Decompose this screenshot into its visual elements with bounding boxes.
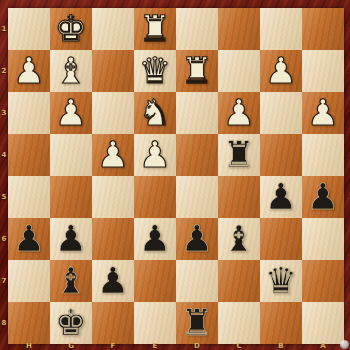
black-queen: ♛ (260, 260, 302, 302)
square-a2[interactable] (302, 50, 344, 92)
white-pawn: ♟ (92, 134, 134, 176)
white-king: ♚ (50, 8, 92, 50)
white-queen: ♛ (134, 50, 176, 92)
square-c2[interactable] (218, 50, 260, 92)
square-d4[interactable] (176, 134, 218, 176)
file-label-f: F (92, 343, 134, 350)
square-f2[interactable] (92, 50, 134, 92)
square-h4[interactable] (8, 134, 50, 176)
square-f5[interactable] (92, 176, 134, 218)
square-f1[interactable] (92, 8, 134, 50)
square-a1[interactable] (302, 8, 344, 50)
white-pawn: ♟ (218, 92, 260, 134)
black-pawn: ♟ (260, 176, 302, 218)
black-bishop: ♝ (50, 260, 92, 302)
square-c7[interactable] (218, 260, 260, 302)
square-f8[interactable] (92, 302, 134, 344)
square-h7[interactable] (8, 260, 50, 302)
square-h5[interactable] (8, 176, 50, 218)
square-e1[interactable]: ♜ (134, 8, 176, 50)
square-b4[interactable] (260, 134, 302, 176)
square-f6[interactable] (92, 218, 134, 260)
white-knight: ♞ (134, 92, 176, 134)
black-pawn: ♟ (92, 260, 134, 302)
square-e4[interactable]: ♟ (134, 134, 176, 176)
square-d6[interactable]: ♟ (176, 218, 218, 260)
black-pawn: ♟ (176, 218, 218, 260)
white-rook: ♜ (134, 8, 176, 50)
square-g3[interactable]: ♟ (50, 92, 92, 134)
square-e3[interactable]: ♞ (134, 92, 176, 134)
rank-label-8: 8 (0, 302, 8, 344)
square-c5[interactable] (218, 176, 260, 218)
square-d3[interactable] (176, 92, 218, 134)
black-rook: ♜ (218, 134, 260, 176)
square-a6[interactable] (302, 218, 344, 260)
square-g4[interactable] (50, 134, 92, 176)
square-a3[interactable]: ♟ (302, 92, 344, 134)
rank-label-5: 5 (0, 176, 8, 218)
rank-label-6: 6 (0, 218, 8, 260)
square-a5[interactable]: ♟ (302, 176, 344, 218)
square-f7[interactable]: ♟ (92, 260, 134, 302)
square-a4[interactable] (302, 134, 344, 176)
square-d8[interactable]: ♜ (176, 302, 218, 344)
black-pawn: ♟ (8, 218, 50, 260)
square-a8[interactable] (302, 302, 344, 344)
white-pawn: ♟ (134, 134, 176, 176)
rank-label-3: 3 (0, 92, 8, 134)
square-c4[interactable]: ♜ (218, 134, 260, 176)
square-e8[interactable] (134, 302, 176, 344)
square-e7[interactable] (134, 260, 176, 302)
chess-board-frame: ♚♜♟♝♛♜♟♟♞♟♟♟♟♜♟♟♟♟♟♟♝♝♟♛♚♜ 12345678HGFED… (0, 0, 350, 350)
square-d1[interactable] (176, 8, 218, 50)
square-c8[interactable] (218, 302, 260, 344)
file-label-b: B (260, 343, 302, 350)
square-b7[interactable]: ♛ (260, 260, 302, 302)
square-h1[interactable] (8, 8, 50, 50)
square-h8[interactable] (8, 302, 50, 344)
file-label-a: A (302, 343, 344, 350)
white-rook: ♜ (176, 50, 218, 92)
square-h6[interactable]: ♟ (8, 218, 50, 260)
white-pawn: ♟ (50, 92, 92, 134)
square-c3[interactable]: ♟ (218, 92, 260, 134)
square-e5[interactable] (134, 176, 176, 218)
square-h2[interactable]: ♟ (8, 50, 50, 92)
black-pawn: ♟ (50, 218, 92, 260)
black-king: ♚ (50, 302, 92, 344)
square-b1[interactable] (260, 8, 302, 50)
square-f4[interactable]: ♟ (92, 134, 134, 176)
square-b5[interactable]: ♟ (260, 176, 302, 218)
rank-label-4: 4 (0, 134, 8, 176)
file-label-h: H (8, 343, 50, 350)
white-bishop: ♝ (50, 50, 92, 92)
rank-label-2: 2 (0, 50, 8, 92)
square-b2[interactable]: ♟ (260, 50, 302, 92)
white-pawn: ♟ (260, 50, 302, 92)
file-label-e: E (134, 343, 176, 350)
black-pawn: ♟ (302, 176, 344, 218)
chess-board: ♚♜♟♝♛♜♟♟♞♟♟♟♟♜♟♟♟♟♟♟♝♝♟♛♚♜ (8, 8, 344, 344)
file-label-c: C (218, 343, 260, 350)
square-d2[interactable]: ♜ (176, 50, 218, 92)
square-d5[interactable] (176, 176, 218, 218)
square-h3[interactable] (8, 92, 50, 134)
square-f3[interactable] (92, 92, 134, 134)
white-pawn: ♟ (8, 50, 50, 92)
square-g5[interactable] (50, 176, 92, 218)
square-b3[interactable] (260, 92, 302, 134)
square-e6[interactable]: ♟ (134, 218, 176, 260)
square-b6[interactable] (260, 218, 302, 260)
rank-label-1: 1 (0, 8, 8, 50)
square-c1[interactable] (218, 8, 260, 50)
square-c6[interactable]: ♝ (218, 218, 260, 260)
black-bishop: ♝ (218, 218, 260, 260)
square-a7[interactable] (302, 260, 344, 302)
white-pawn: ♟ (302, 92, 344, 134)
square-e2[interactable]: ♛ (134, 50, 176, 92)
square-d7[interactable] (176, 260, 218, 302)
square-b8[interactable] (260, 302, 302, 344)
square-g2[interactable]: ♝ (50, 50, 92, 92)
file-label-g: G (50, 343, 92, 350)
rank-label-7: 7 (0, 260, 8, 302)
black-pawn: ♟ (134, 218, 176, 260)
square-g7[interactable]: ♝ (50, 260, 92, 302)
black-rook: ♜ (176, 302, 218, 344)
square-g8[interactable]: ♚ (50, 302, 92, 344)
file-label-d: D (176, 343, 218, 350)
square-g1[interactable]: ♚ (50, 8, 92, 50)
square-g6[interactable]: ♟ (50, 218, 92, 260)
